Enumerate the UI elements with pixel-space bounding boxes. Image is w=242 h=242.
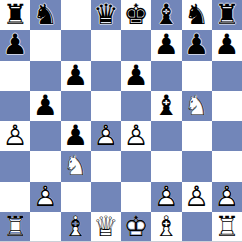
square-a4[interactable]: ♟♙ — [0, 121, 30, 151]
piece-white-queen-fill: ♛ — [91, 212, 121, 242]
piece-white-rook-icon: ♖ — [212, 212, 242, 242]
piece-white-pawn-icon: ♙ — [182, 182, 212, 212]
square-f4[interactable] — [151, 121, 181, 151]
piece-white-rook-icon: ♖ — [0, 212, 30, 242]
square-a8[interactable]: ♜ — [0, 0, 30, 30]
square-f6[interactable] — [151, 61, 181, 91]
square-e4[interactable]: ♟♙ — [121, 121, 151, 151]
square-f1[interactable]: ♝♗ — [151, 212, 181, 242]
square-d4[interactable]: ♟♙ — [91, 121, 121, 151]
square-e8[interactable]: ♚ — [121, 0, 151, 30]
piece-white-pawn-fill: ♟ — [30, 182, 60, 212]
piece-black-bishop-icon: ♝ — [151, 91, 181, 121]
piece-black-knight-icon: ♞ — [30, 0, 60, 30]
piece-black-queen-icon: ♛ — [91, 0, 121, 30]
square-b7[interactable] — [30, 30, 60, 60]
chess-board: ♜♞♛♚♝♞♜♟♟♟♟♟♟♟♝♞♘♟♙♟♟♙♟♙♞♘♟♙♟♙♟♙♟♙♜♖♝♗♛♕… — [0, 0, 242, 242]
piece-white-knight-icon: ♘ — [182, 91, 212, 121]
piece-white-knight-icon: ♘ — [61, 151, 91, 181]
square-h7[interactable]: ♟ — [212, 30, 242, 60]
square-c7[interactable] — [61, 30, 91, 60]
square-e6[interactable]: ♟ — [121, 61, 151, 91]
square-b5[interactable]: ♟ — [30, 91, 60, 121]
piece-white-bishop-fill: ♝ — [151, 212, 181, 242]
square-h8[interactable]: ♜ — [212, 0, 242, 30]
square-d8[interactable]: ♛ — [91, 0, 121, 30]
piece-white-knight-fill: ♞ — [182, 91, 212, 121]
piece-black-king-icon: ♚ — [121, 0, 151, 30]
square-c6[interactable]: ♟ — [61, 61, 91, 91]
square-c8[interactable] — [61, 0, 91, 30]
piece-white-pawn-icon: ♙ — [151, 182, 181, 212]
square-b1[interactable] — [30, 212, 60, 242]
piece-black-pawn-icon: ♟ — [0, 30, 30, 60]
piece-white-rook-fill: ♜ — [212, 212, 242, 242]
piece-white-pawn-fill: ♟ — [91, 121, 121, 151]
square-g5[interactable]: ♞♘ — [182, 91, 212, 121]
square-e2[interactable] — [121, 182, 151, 212]
square-d3[interactable] — [91, 151, 121, 181]
square-g8[interactable]: ♞ — [182, 0, 212, 30]
square-g6[interactable] — [182, 61, 212, 91]
square-c2[interactable] — [61, 182, 91, 212]
square-a7[interactable]: ♟ — [0, 30, 30, 60]
square-f5[interactable]: ♝ — [151, 91, 181, 121]
square-e3[interactable] — [121, 151, 151, 181]
piece-black-pawn-icon: ♟ — [61, 61, 91, 91]
piece-white-pawn-fill: ♟ — [182, 182, 212, 212]
square-c3[interactable]: ♞♘ — [61, 151, 91, 181]
square-e1[interactable]: ♚♔ — [121, 212, 151, 242]
square-h2[interactable]: ♟♙ — [212, 182, 242, 212]
square-h4[interactable] — [212, 121, 242, 151]
piece-white-rook-fill: ♜ — [0, 212, 30, 242]
piece-white-bishop-fill: ♝ — [61, 212, 91, 242]
square-h6[interactable] — [212, 61, 242, 91]
square-g3[interactable] — [182, 151, 212, 181]
square-f2[interactable]: ♟♙ — [151, 182, 181, 212]
square-d6[interactable] — [91, 61, 121, 91]
piece-black-pawn-icon: ♟ — [30, 91, 60, 121]
piece-black-rook-icon: ♜ — [0, 0, 30, 30]
square-b2[interactable]: ♟♙ — [30, 182, 60, 212]
piece-black-bishop-icon: ♝ — [151, 0, 181, 30]
piece-white-king-fill: ♚ — [121, 212, 151, 242]
square-f3[interactable] — [151, 151, 181, 181]
square-a6[interactable] — [0, 61, 30, 91]
piece-black-pawn-icon: ♟ — [182, 30, 212, 60]
square-h1[interactable]: ♜♖ — [212, 212, 242, 242]
square-a1[interactable]: ♜♖ — [0, 212, 30, 242]
piece-white-pawn-icon: ♙ — [30, 182, 60, 212]
square-g4[interactable] — [182, 121, 212, 151]
square-b3[interactable] — [30, 151, 60, 181]
piece-white-queen-icon: ♕ — [91, 212, 121, 242]
piece-white-knight-fill: ♞ — [61, 151, 91, 181]
square-f8[interactable]: ♝ — [151, 0, 181, 30]
piece-white-king-icon: ♔ — [121, 212, 151, 242]
square-g2[interactable]: ♟♙ — [182, 182, 212, 212]
piece-white-bishop-icon: ♗ — [151, 212, 181, 242]
square-g7[interactable]: ♟ — [182, 30, 212, 60]
piece-black-pawn-icon: ♟ — [212, 30, 242, 60]
piece-white-pawn-fill: ♟ — [212, 182, 242, 212]
square-a5[interactable] — [0, 91, 30, 121]
square-e5[interactable] — [121, 91, 151, 121]
square-h3[interactable] — [212, 151, 242, 181]
square-d1[interactable]: ♛♕ — [91, 212, 121, 242]
piece-white-bishop-icon: ♗ — [61, 212, 91, 242]
square-c1[interactable]: ♝♗ — [61, 212, 91, 242]
square-a2[interactable] — [0, 182, 30, 212]
square-e7[interactable] — [121, 30, 151, 60]
square-d2[interactable] — [91, 182, 121, 212]
piece-black-pawn-icon: ♟ — [61, 121, 91, 151]
square-d7[interactable] — [91, 30, 121, 60]
square-b6[interactable] — [30, 61, 60, 91]
square-h5[interactable] — [212, 91, 242, 121]
square-c5[interactable] — [61, 91, 91, 121]
piece-black-pawn-icon: ♟ — [151, 30, 181, 60]
piece-white-pawn-icon: ♙ — [0, 121, 30, 151]
piece-black-pawn-icon: ♟ — [121, 61, 151, 91]
piece-white-pawn-icon: ♙ — [121, 121, 151, 151]
square-d5[interactable] — [91, 91, 121, 121]
piece-white-pawn-fill: ♟ — [121, 121, 151, 151]
square-b4[interactable] — [30, 121, 60, 151]
square-a3[interactable] — [0, 151, 30, 181]
square-f7[interactable]: ♟ — [151, 30, 181, 60]
piece-white-pawn-icon: ♙ — [91, 121, 121, 151]
square-c4[interactable]: ♟ — [61, 121, 91, 151]
piece-black-knight-icon: ♞ — [182, 0, 212, 30]
piece-white-pawn-fill: ♟ — [0, 121, 30, 151]
square-g1[interactable] — [182, 212, 212, 242]
square-b8[interactable]: ♞ — [30, 0, 60, 30]
piece-white-pawn-fill: ♟ — [151, 182, 181, 212]
piece-black-rook-icon: ♜ — [212, 0, 242, 30]
piece-white-pawn-icon: ♙ — [212, 182, 242, 212]
